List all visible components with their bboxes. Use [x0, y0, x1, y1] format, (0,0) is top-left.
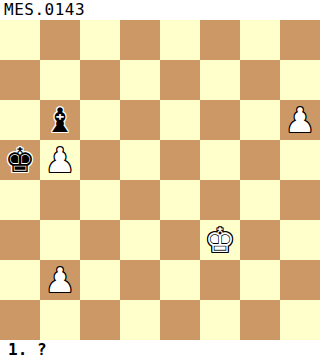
- square-g1[interactable]: [240, 300, 280, 340]
- square-c6[interactable]: [80, 100, 120, 140]
- square-c7[interactable]: [80, 60, 120, 100]
- square-b6[interactable]: ♝: [40, 100, 80, 140]
- square-d8[interactable]: [120, 20, 160, 60]
- white-pawn-b2: ♟: [45, 260, 75, 300]
- square-f8[interactable]: [200, 20, 240, 60]
- square-h4[interactable]: [280, 180, 320, 220]
- square-e7[interactable]: [160, 60, 200, 100]
- square-b4[interactable]: [40, 180, 80, 220]
- square-g2[interactable]: [240, 260, 280, 300]
- square-d4[interactable]: [120, 180, 160, 220]
- square-f7[interactable]: [200, 60, 240, 100]
- square-a3[interactable]: [0, 220, 40, 260]
- move-prompt: 1. ?: [0, 340, 47, 360]
- square-c1[interactable]: [80, 300, 120, 340]
- black-bishop-b6: ♝: [45, 100, 75, 140]
- square-c8[interactable]: [80, 20, 120, 60]
- square-f4[interactable]: [200, 180, 240, 220]
- square-h2[interactable]: [280, 260, 320, 300]
- square-g3[interactable]: [240, 220, 280, 260]
- square-c4[interactable]: [80, 180, 120, 220]
- square-g8[interactable]: [240, 20, 280, 60]
- square-b7[interactable]: [40, 60, 80, 100]
- square-e4[interactable]: [160, 180, 200, 220]
- square-d1[interactable]: [120, 300, 160, 340]
- square-e1[interactable]: [160, 300, 200, 340]
- title-bar: MES.0143: [0, 0, 320, 20]
- square-c2[interactable]: [80, 260, 120, 300]
- square-c3[interactable]: [80, 220, 120, 260]
- square-a5[interactable]: ♚: [0, 140, 40, 180]
- square-h5[interactable]: [280, 140, 320, 180]
- square-h6[interactable]: ♟: [280, 100, 320, 140]
- square-e6[interactable]: [160, 100, 200, 140]
- square-a4[interactable]: [0, 180, 40, 220]
- square-f6[interactable]: [200, 100, 240, 140]
- black-king-a5: ♚: [5, 140, 35, 180]
- square-g7[interactable]: [240, 60, 280, 100]
- square-g6[interactable]: [240, 100, 280, 140]
- white-king-f3: ♚: [205, 220, 235, 260]
- square-g5[interactable]: [240, 140, 280, 180]
- square-b8[interactable]: [40, 20, 80, 60]
- square-d7[interactable]: [120, 60, 160, 100]
- square-d2[interactable]: [120, 260, 160, 300]
- diagram-title: MES.0143: [0, 0, 85, 20]
- square-e3[interactable]: [160, 220, 200, 260]
- square-b1[interactable]: [40, 300, 80, 340]
- square-b5[interactable]: ♟: [40, 140, 80, 180]
- square-a2[interactable]: [0, 260, 40, 300]
- move-bar: 1. ?: [0, 340, 320, 360]
- square-h8[interactable]: [280, 20, 320, 60]
- white-pawn-b5: ♟: [45, 140, 75, 180]
- square-d5[interactable]: [120, 140, 160, 180]
- square-f3[interactable]: ♚: [200, 220, 240, 260]
- square-b2[interactable]: ♟: [40, 260, 80, 300]
- square-a8[interactable]: [0, 20, 40, 60]
- square-a7[interactable]: [0, 60, 40, 100]
- square-a1[interactable]: [0, 300, 40, 340]
- square-b3[interactable]: [40, 220, 80, 260]
- square-f1[interactable]: [200, 300, 240, 340]
- square-c5[interactable]: [80, 140, 120, 180]
- square-e8[interactable]: [160, 20, 200, 60]
- square-h1[interactable]: [280, 300, 320, 340]
- square-f2[interactable]: [200, 260, 240, 300]
- white-pawn-h6: ♟: [285, 100, 315, 140]
- square-f5[interactable]: [200, 140, 240, 180]
- chess-board: ♝♟♚♟♚♟: [0, 20, 320, 340]
- square-a6[interactable]: [0, 100, 40, 140]
- square-d3[interactable]: [120, 220, 160, 260]
- square-e2[interactable]: [160, 260, 200, 300]
- square-e5[interactable]: [160, 140, 200, 180]
- square-d6[interactable]: [120, 100, 160, 140]
- square-h7[interactable]: [280, 60, 320, 100]
- square-g4[interactable]: [240, 180, 280, 220]
- square-h3[interactable]: [280, 220, 320, 260]
